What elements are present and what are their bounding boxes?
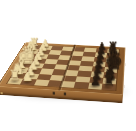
square-g5[interactable] <box>62 75 77 81</box>
hinge-fitting-icon <box>53 92 55 95</box>
product-photo-wooden-chess-set: ♜♟♟♜♞♟♟♞♝♟♟♝♛♟♟♛♚♟♟♚♝♟♟♝♞♟♟♞♜♟♟♜ <box>0 0 136 131</box>
piece-black-rook-h8[interactable]: ♜ <box>102 74 116 88</box>
piece-white-rook-h1[interactable]: ♜ <box>8 69 21 83</box>
piece-white-pawn-h2[interactable]: ♟ <box>21 71 34 83</box>
folding-chess-box: ♜♟♟♜♞♟♟♞♝♟♟♝♛♟♟♛♚♟♟♚♝♟♟♝♞♟♟♞♜♟♟♜ <box>0 42 125 94</box>
square-h8[interactable]: ♜ <box>101 84 115 91</box>
brass-nail-icon <box>1 92 3 94</box>
square-h7[interactable]: ♟ <box>88 83 103 90</box>
chess-board: ♜♟♟♜♞♟♟♞♝♟♟♝♛♟♟♛♚♟♟♚♝♟♟♝♞♟♟♞♜♟♟♜ <box>7 45 119 91</box>
hinge-fitting-icon <box>64 92 66 95</box>
piece-black-pawn-h7[interactable]: ♟ <box>88 75 102 87</box>
